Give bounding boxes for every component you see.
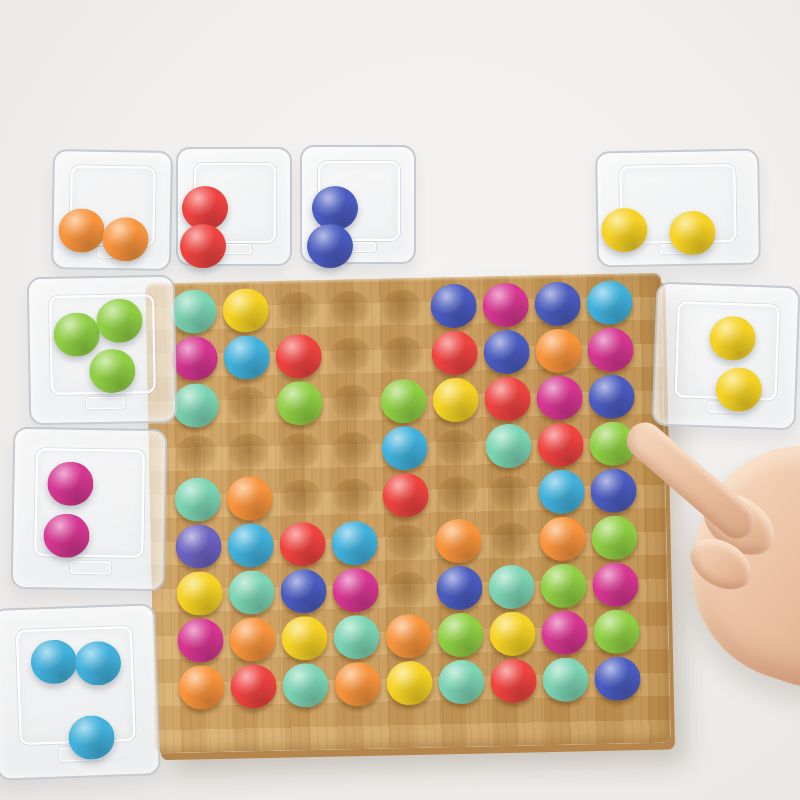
dimple [332,478,375,516]
ball-orange[interactable] [385,613,432,658]
tray-magenta[interactable] [11,427,168,592]
dimple [331,431,374,469]
ball-blue[interactable] [594,656,641,701]
dimple [489,521,532,559]
board-cell-r1c7[interactable] [479,281,532,329]
board-cell-r1c5[interactable] [375,284,428,332]
board-cell-r5c3[interactable] [275,474,328,522]
ball-cyan[interactable] [227,522,274,567]
dimple [226,386,269,424]
scene [0,0,800,800]
board-cell-r9c3[interactable] [279,662,332,710]
ball-orange[interactable] [435,518,482,563]
ball-red[interactable] [484,376,531,421]
ball-green[interactable] [437,612,484,657]
ball-blue[interactable] [280,568,327,613]
ball-yellow[interactable] [669,210,716,255]
ball-blue[interactable] [307,224,353,268]
board-cell-r5c8[interactable] [535,468,588,516]
board-cell-r7c5[interactable] [381,565,434,613]
board-cell-r6c9[interactable] [588,514,641,562]
ball-green[interactable] [591,515,638,560]
dimple [276,291,319,329]
ball-blue[interactable] [534,281,581,326]
ball-cyan[interactable] [538,469,585,514]
board-cell-r1c9[interactable] [583,279,636,327]
board-cell-r7c6[interactable] [433,564,486,612]
dimple [279,432,322,470]
ball-mint[interactable] [228,569,275,614]
board-cell-r6c7[interactable] [484,516,537,564]
ball-orange[interactable] [178,665,225,710]
ball-magenta[interactable] [541,610,588,655]
board-cell-r6c4[interactable] [328,520,381,568]
board-cell-r8c3[interactable] [278,615,331,663]
ball-purple[interactable] [175,524,222,569]
ball-cyan[interactable] [68,715,116,761]
board-cell-r3c7[interactable] [481,375,534,423]
dimple [381,336,424,374]
board-cell-r8c4[interactable] [330,614,383,662]
dimple [227,433,270,471]
ball-mint[interactable] [282,662,329,707]
board-cell-r9c6[interactable] [435,658,488,706]
board-cell-r5c9[interactable] [587,467,640,515]
ball-orange[interactable] [229,616,276,661]
ball-mint[interactable] [170,289,217,334]
ball-orange[interactable] [102,217,149,262]
ball-magenta[interactable] [171,336,218,381]
ball-yellow[interactable] [432,377,479,422]
board-cell-r6c1[interactable] [172,523,225,571]
ball-blue[interactable] [436,565,483,610]
board-cell-r3c6[interactable] [429,376,482,424]
board-cell-r6c5[interactable] [380,518,433,566]
board-cell-r4c4[interactable] [326,426,379,474]
board-cell-r7c7[interactable] [485,563,538,611]
board-cell-r5c7[interactable] [483,469,536,517]
board-cell-r5c5[interactable] [379,472,432,520]
ball-green[interactable] [380,378,427,423]
ball-orange[interactable] [226,475,273,520]
ball-red[interactable] [275,333,322,378]
ball-mint[interactable] [172,383,219,428]
board-cell-r3c9[interactable] [585,373,638,421]
ball-yellow[interactable] [281,615,328,660]
dimple [385,524,428,562]
ball-mint[interactable] [485,423,532,468]
board-cell-r5c2[interactable] [223,475,276,523]
ball-cyan[interactable] [331,520,378,565]
board-cell-r9c9[interactable] [591,655,644,703]
tray-cyan[interactable] [0,603,161,781]
tray-red[interactable] [176,147,292,266]
ball-yellow[interactable] [489,611,536,656]
dimple [380,289,423,327]
game-board [145,273,671,754]
ball-mint[interactable] [333,614,380,659]
ball-blue[interactable] [430,283,477,328]
board-cell-r1c6[interactable] [427,282,480,330]
ball-mint[interactable] [542,657,589,702]
board-cell-r9c4[interactable] [331,661,384,709]
board-cell-r6c3[interactable] [276,521,329,569]
board-cell-r8c5[interactable] [382,612,435,660]
board-cell-r1c2[interactable] [219,287,272,335]
ball-blue[interactable] [483,329,530,374]
ball-yellow[interactable] [176,571,223,616]
board-cell-r9c8[interactable] [539,656,592,704]
ball-blue[interactable] [590,468,637,513]
board-cell-r6c6[interactable] [432,517,485,565]
ball-yellow[interactable] [386,660,433,705]
ball-yellow[interactable] [715,367,763,413]
board-cell-r7c9[interactable] [589,561,642,609]
board-cell-r9c1[interactable] [175,664,228,712]
ball-magenta[interactable] [536,375,583,420]
dimple [330,384,373,422]
board-cell-r5c4[interactable] [327,473,380,521]
board-cell-r2c8[interactable] [532,327,585,375]
board-cell-r9c5[interactable] [383,659,436,707]
board-cell-r5c1[interactable] [171,476,224,524]
board-cell-r2c6[interactable] [428,329,481,377]
dimple [488,474,531,512]
board-cell-r6c2[interactable] [224,522,277,570]
board-cell-r3c1[interactable] [169,382,222,430]
board-cell-r1c8[interactable] [531,280,584,328]
ball-cyan[interactable] [381,425,428,470]
ball-red[interactable] [490,658,537,703]
board-cell-r3c2[interactable] [221,381,274,429]
ball-red[interactable] [537,422,584,467]
ball-mint[interactable] [438,659,485,704]
tray-blue[interactable] [300,145,416,264]
ball-red[interactable] [180,224,226,268]
board-cell-r2c4[interactable] [324,332,377,380]
board-cell-r7c2[interactable] [225,569,278,617]
board-cell-r8c6[interactable] [434,611,487,659]
board-cell-r4c5[interactable] [378,425,431,473]
board-cell-r2c9[interactable] [584,326,637,374]
tray-yellow-top[interactable] [595,149,761,268]
ball-green[interactable] [276,380,323,425]
dimple [328,290,371,328]
board-cell-r3c8[interactable] [533,374,586,422]
ball-magenta[interactable] [177,618,224,663]
tray-green[interactable] [27,275,178,426]
board-cell-r8c8[interactable] [538,609,591,657]
ball-cyan[interactable] [586,280,633,325]
dimple [175,434,218,472]
board-cell-r4c6[interactable] [430,423,483,471]
board-cell-r8c2[interactable] [226,616,279,664]
ball-green[interactable] [540,563,587,608]
ball-blue[interactable] [312,186,358,230]
dimple [386,571,429,609]
board-cell-r1c3[interactable] [271,286,324,334]
tray-notch [86,397,126,410]
tray-notch [70,560,111,574]
board-cell-r5c6[interactable] [431,470,484,518]
ball-red[interactable] [382,472,429,517]
board-cell-r1c4[interactable] [323,285,376,333]
board-cell-r2c5[interactable] [376,331,429,379]
board-cell-r8c7[interactable] [486,610,539,658]
board-cell-r2c2[interactable] [220,334,273,382]
board-cell-r7c1[interactable] [173,570,226,618]
board-cell-r4c3[interactable] [274,427,327,475]
board-grid [145,273,671,754]
ball-red[interactable] [230,663,277,708]
board-cell-r7c3[interactable] [277,568,330,616]
board-cell-r7c4[interactable] [329,567,382,615]
board-cell-r2c3[interactable] [272,333,325,381]
board-cell-r4c1[interactable] [170,429,223,477]
ball-red[interactable] [431,330,478,375]
tray-orange[interactable] [51,149,173,271]
ball-magenta[interactable] [482,282,529,327]
dimple [436,476,479,514]
board-cell-r7c8[interactable] [537,562,590,610]
ball-yellow[interactable] [601,208,648,253]
ball-orange[interactable] [535,328,582,373]
tray-yellow-right[interactable] [652,282,800,431]
board-cell-r4c8[interactable] [534,421,587,469]
ball-mint[interactable] [174,477,221,522]
board-cell-r6c8[interactable] [536,515,589,563]
dimple [329,337,372,375]
ball-magenta[interactable] [592,562,639,607]
ball-orange[interactable] [539,516,586,561]
ball-yellow[interactable] [222,287,269,332]
ball-orange[interactable] [334,661,381,706]
board-cell-r9c2[interactable] [227,663,280,711]
dimple [280,479,323,517]
board-cell-r3c5[interactable] [377,378,430,426]
ball-mint[interactable] [488,564,535,609]
dimple [435,429,478,467]
ball-cyan[interactable] [223,334,270,379]
ball-green[interactable] [593,609,640,654]
board-cell-r8c1[interactable] [174,617,227,665]
board-cell-r2c7[interactable] [480,328,533,376]
board-cell-r3c4[interactable] [325,379,378,427]
ball-magenta[interactable] [332,567,379,612]
board-cell-r3c3[interactable] [273,380,326,428]
ball-blue[interactable] [588,374,635,419]
board-cell-r8c9[interactable] [590,608,643,656]
ball-red[interactable] [279,521,326,566]
board-cell-r9c7[interactable] [487,657,540,705]
ball-magenta[interactable] [587,327,634,372]
board-cell-r4c7[interactable] [482,422,535,470]
board-cell-r4c2[interactable] [222,428,275,476]
